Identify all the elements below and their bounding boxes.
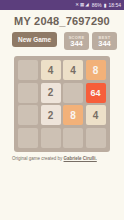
best-value: 344: [98, 40, 111, 48]
tile-8: 8: [86, 60, 106, 80]
empty-cell: [63, 83, 83, 103]
empty-cell: [86, 128, 106, 148]
tile-2: 2: [41, 105, 61, 125]
empty-cell: [18, 60, 38, 80]
tile-64: 64: [86, 83, 106, 103]
empty-cell: [18, 83, 38, 103]
credit-prefix: Original game created by: [12, 156, 64, 161]
page-title: MY 2048_7697290: [0, 15, 124, 27]
score-value: 344: [70, 40, 83, 48]
status-icons: ✕▦◢: [75, 0, 89, 10]
score-box: SCORE 344: [64, 32, 89, 50]
board[interactable]: 448264284: [14, 56, 110, 152]
new-game-button[interactable]: New Game: [12, 32, 57, 47]
tile-4: 4: [86, 105, 106, 125]
credit-link[interactable]: Gabriele Cirulli.: [64, 156, 97, 161]
empty-cell: [63, 128, 83, 148]
tile-2: 2: [41, 83, 61, 103]
empty-cell: [41, 128, 61, 148]
credit-text: Original game created by Gabriele Cirull…: [12, 156, 124, 161]
empty-cell: [18, 128, 38, 148]
tile-8: 8: [63, 105, 83, 125]
empty-cell: [18, 105, 38, 125]
status-bar: ✕▦◢ 86% ▮ 18:54: [0, 0, 124, 10]
tile-4: 4: [63, 60, 83, 80]
battery-percent: 86%: [92, 0, 102, 10]
tile-4: 4: [41, 60, 61, 80]
battery-icon: ▮: [104, 0, 107, 10]
status-time: 18:54: [108, 0, 121, 10]
header-row: New Game SCORE 344 BEST 344: [12, 32, 117, 50]
best-box: BEST 344: [92, 32, 117, 50]
